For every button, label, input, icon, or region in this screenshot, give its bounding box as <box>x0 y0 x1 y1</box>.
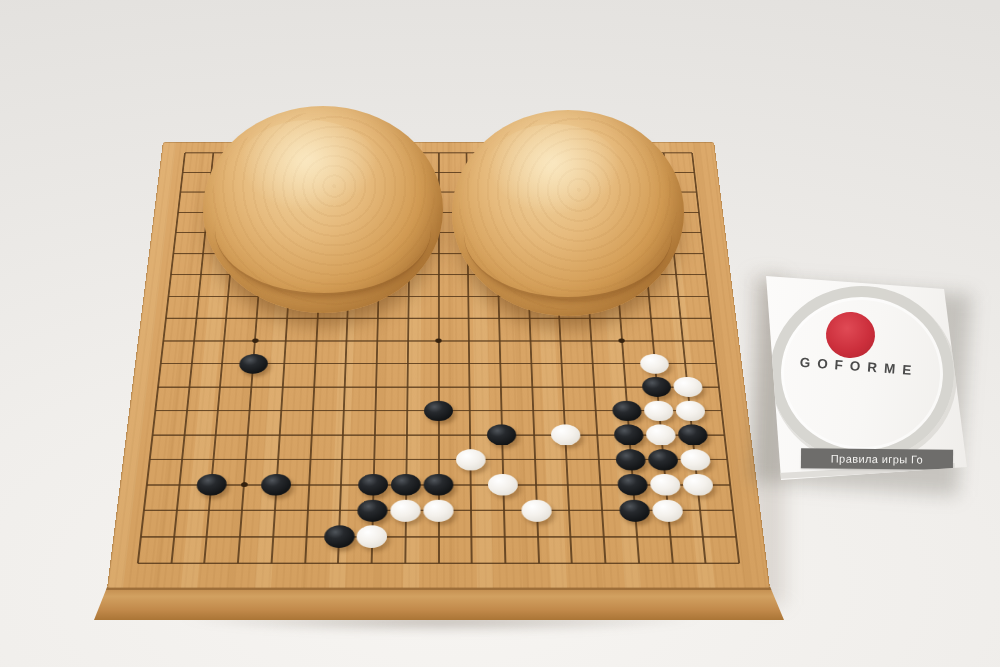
stone-white-R6 <box>645 424 676 445</box>
table-contact-shadow <box>88 617 794 639</box>
stone-white-N3 <box>521 499 552 521</box>
rules-booklet: GOFORME Правила игры Го <box>764 273 970 483</box>
stone-black-G2 <box>324 525 355 547</box>
board-front-edge <box>94 587 784 620</box>
stone-black-H3 <box>358 499 389 521</box>
stone-white-L5 <box>456 449 486 470</box>
stone-white-M4 <box>488 474 518 496</box>
booklet-label-bar: Правила игры Го <box>801 448 953 470</box>
stone-black-J4 <box>391 474 421 496</box>
stone-black-Q3 <box>619 499 651 521</box>
stone-black-Q5 <box>615 449 646 470</box>
stone-white-R9 <box>639 354 669 374</box>
stone-white-H2 <box>357 525 388 547</box>
stone-black-K7 <box>424 400 453 420</box>
booklet-label: Правила игры Го <box>831 453 923 466</box>
stone-black-R5 <box>647 449 678 470</box>
bowl-highlight <box>239 120 378 211</box>
stone-black-E4 <box>261 474 292 496</box>
stone-bowl-left <box>203 106 443 313</box>
stone-bowl-right <box>452 110 684 316</box>
stone-white-K3 <box>423 499 453 521</box>
stone-white-R3 <box>652 499 684 521</box>
stone-white-R4 <box>649 474 681 496</box>
stone-black-Q6 <box>614 424 645 445</box>
scene: GOFORME Правила игры Го <box>0 0 1000 667</box>
stone-white-S7 <box>675 400 706 420</box>
stone-black-S6 <box>677 424 708 445</box>
stone-white-O6 <box>550 424 580 445</box>
stone-black-Q4 <box>617 474 648 496</box>
stone-black-Q7 <box>612 400 642 420</box>
stone-black-K4 <box>423 474 453 496</box>
stone-black-H4 <box>358 474 388 496</box>
stone-white-S8 <box>672 377 703 397</box>
stone-black-D9 <box>238 354 268 374</box>
bowl-highlight <box>487 124 622 215</box>
stone-white-S5 <box>679 449 711 470</box>
stone-black-C4 <box>196 474 228 496</box>
stone-black-R8 <box>641 377 671 397</box>
stone-black-M6 <box>487 424 517 445</box>
stone-white-S4 <box>682 474 714 496</box>
stone-white-R7 <box>643 400 674 420</box>
stone-white-J3 <box>390 499 420 521</box>
